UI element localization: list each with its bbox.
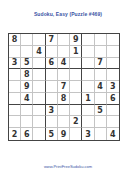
cell-r8c7[interactable] <box>82 116 94 128</box>
cell-r5c5: 7 <box>58 81 70 93</box>
cell-r7c6[interactable] <box>70 105 82 117</box>
cell-r5c8: 4 <box>95 81 107 93</box>
cell-r1c6: 9 <box>70 34 82 46</box>
cell-r3c5: 4 <box>58 58 70 70</box>
cell-r2c1[interactable] <box>9 46 21 58</box>
cell-r5c4[interactable] <box>46 81 58 93</box>
cell-r8c2[interactable] <box>21 116 33 128</box>
cell-r3c4: 6 <box>46 58 58 70</box>
cell-r4c1[interactable] <box>9 69 21 81</box>
cell-r4c4[interactable] <box>46 69 58 81</box>
cell-r4c8[interactable] <box>95 69 107 81</box>
cell-r5c3[interactable] <box>33 81 45 93</box>
cell-r2c3: 4 <box>33 46 45 58</box>
cell-r9c7: 3 <box>82 128 94 140</box>
cell-r8c1[interactable] <box>9 116 21 128</box>
cell-r3c3[interactable] <box>33 58 45 70</box>
cell-r9c2: 6 <box>21 128 33 140</box>
cell-r7c4: 3 <box>46 105 58 117</box>
cell-r9c1: 2 <box>9 128 21 140</box>
cell-r2c4[interactable] <box>46 46 58 58</box>
cell-r3c1: 3 <box>9 58 21 70</box>
cell-r6c9: 6 <box>107 93 119 105</box>
cell-r4c9[interactable] <box>107 69 119 81</box>
cell-r1c1: 8 <box>9 34 21 46</box>
cell-r6c2: 4 <box>21 93 33 105</box>
cell-r1c7[interactable] <box>82 34 94 46</box>
cell-r7c8: 5 <box>95 105 107 117</box>
cell-r1c8[interactable] <box>95 34 107 46</box>
cell-r5c7[interactable] <box>82 81 94 93</box>
cell-r2c7[interactable] <box>82 46 94 58</box>
cell-r4c3[interactable] <box>33 69 45 81</box>
cell-r1c3[interactable] <box>33 34 45 46</box>
cell-r3c2: 5 <box>21 58 33 70</box>
cell-r1c4: 7 <box>46 34 58 46</box>
cell-r8c3[interactable] <box>33 116 45 128</box>
cell-r2c8[interactable] <box>95 46 107 58</box>
cell-r9c5: 9 <box>58 128 70 140</box>
cell-r8c5[interactable] <box>58 116 70 128</box>
cell-r8c8[interactable] <box>95 116 107 128</box>
cell-r3c6[interactable] <box>70 58 82 70</box>
cell-r1c5[interactable] <box>58 34 70 46</box>
cell-r7c5[interactable] <box>58 105 70 117</box>
cell-r8c4[interactable] <box>46 116 58 128</box>
cell-r9c3[interactable] <box>33 128 45 140</box>
cell-r6c1[interactable] <box>9 93 21 105</box>
cell-r4c2: 8 <box>21 69 33 81</box>
cell-r3c7[interactable] <box>82 58 94 70</box>
cell-r2c5[interactable] <box>58 46 70 58</box>
cell-r5c6[interactable] <box>70 81 82 93</box>
cell-r7c9[interactable] <box>107 105 119 117</box>
cell-r1c9[interactable] <box>107 34 119 46</box>
sudoku-board: 8794135647897434816352265934 <box>8 33 120 141</box>
cell-r4c6[interactable] <box>70 69 82 81</box>
cell-r9c6[interactable] <box>70 128 82 140</box>
page-title: Sudoku, Easy (Puzzle #469) <box>0 11 136 17</box>
cell-r4c7[interactable] <box>82 69 94 81</box>
cell-r6c7: 1 <box>82 93 94 105</box>
cell-r7c1[interactable] <box>9 105 21 117</box>
cell-r5c1[interactable] <box>9 81 21 93</box>
cell-r2c9[interactable] <box>107 46 119 58</box>
cell-r4c5[interactable] <box>58 69 70 81</box>
cell-r9c8[interactable] <box>95 128 107 140</box>
footer-url: www.PrintFreeSudoku.com <box>0 164 136 169</box>
cell-r9c4: 5 <box>46 128 58 140</box>
cell-r6c8[interactable] <box>95 93 107 105</box>
cell-r2c2[interactable] <box>21 46 33 58</box>
cell-r3c8: 7 <box>95 58 107 70</box>
cell-r8c6: 2 <box>70 116 82 128</box>
cell-r6c4[interactable] <box>46 93 58 105</box>
sudoku-page: Sudoku, Easy (Puzzle #469) 8794135647897… <box>0 0 136 176</box>
cell-r5c2: 9 <box>21 81 33 93</box>
cell-r8c9[interactable] <box>107 116 119 128</box>
cell-r3c9[interactable] <box>107 58 119 70</box>
cell-r6c3[interactable] <box>33 93 45 105</box>
cell-r7c2[interactable] <box>21 105 33 117</box>
cell-r2c6: 1 <box>70 46 82 58</box>
cell-r7c7[interactable] <box>82 105 94 117</box>
cell-r7c3[interactable] <box>33 105 45 117</box>
cell-r5c9: 3 <box>107 81 119 93</box>
cell-r6c6[interactable] <box>70 93 82 105</box>
cell-r6c5: 8 <box>58 93 70 105</box>
cell-r9c9: 4 <box>107 128 119 140</box>
cell-r1c2[interactable] <box>21 34 33 46</box>
